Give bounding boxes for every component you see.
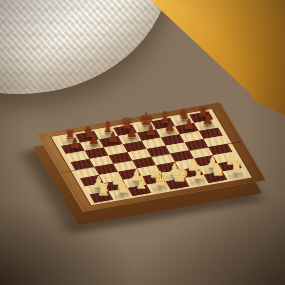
chess-set: ♜♞♝♛♚♝♞♜♟♟♟♟♟♟♟♟♟♟♟♟♟♟♟♟♜♞♝♛♚♝♞♜ bbox=[0, 0, 285, 285]
piece-white-rook-a1[interactable]: ♜ bbox=[91, 182, 115, 198]
piece-black-pawn-a7[interactable]: ♟ bbox=[63, 136, 87, 149]
